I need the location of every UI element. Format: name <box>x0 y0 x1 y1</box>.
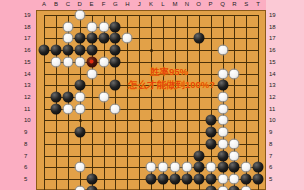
column-label-E: E <box>90 1 94 7</box>
star-point <box>150 119 153 122</box>
stone-white-B15[interactable] <box>50 56 61 67</box>
row-label-right-8: 8 <box>269 141 272 147</box>
row-label-left-17: 17 <box>24 35 31 41</box>
row-label-right-6: 6 <box>269 164 272 170</box>
caption-question: 怎么才能做到100%? <box>128 79 215 90</box>
row-label-left-15: 15 <box>24 59 31 65</box>
row-label-left-11: 11 <box>24 106 30 112</box>
grid-line <box>44 15 45 190</box>
last-move-marker <box>90 60 94 64</box>
stone-white-Q14[interactable] <box>217 68 228 79</box>
row-label-left-10: 10 <box>24 117 31 123</box>
stone-white-Q11[interactable] <box>217 103 228 114</box>
row-label-right-10: 10 <box>269 117 276 123</box>
stone-white-D4[interactable] <box>74 185 85 190</box>
column-label-S: S <box>244 1 248 7</box>
column-label-R: R <box>232 1 236 7</box>
stone-black-G18[interactable] <box>110 21 121 32</box>
row-label-left-9: 9 <box>24 129 27 135</box>
stone-white-C17[interactable] <box>62 33 73 44</box>
stone-black-C12[interactable] <box>62 92 73 103</box>
stone-black-G16[interactable] <box>110 45 121 56</box>
row-label-left-7: 7 <box>24 153 27 159</box>
stone-white-Q10[interactable] <box>217 115 228 126</box>
stone-white-K6[interactable] <box>146 162 157 173</box>
stone-black-D13[interactable] <box>74 80 85 91</box>
stone-black-R4[interactable] <box>229 185 240 190</box>
stone-white-D6[interactable] <box>74 162 85 173</box>
stone-black-M5[interactable] <box>169 174 180 185</box>
row-label-left-6: 6 <box>24 164 27 170</box>
stone-white-F15[interactable] <box>98 56 109 67</box>
stone-white-C18[interactable] <box>62 21 73 32</box>
stone-white-M6[interactable] <box>169 162 180 173</box>
go-app-screen: ABCDEFGHJKLMNOPQRST 19181716151413121110… <box>0 0 304 190</box>
stone-white-R8[interactable] <box>229 138 240 149</box>
column-label-P: P <box>209 1 213 7</box>
stone-black-A16[interactable] <box>39 45 50 56</box>
stone-white-N6[interactable] <box>181 162 192 173</box>
stone-white-D12[interactable] <box>74 92 85 103</box>
stone-black-L5[interactable] <box>158 174 169 185</box>
stone-white-Q12[interactable] <box>217 92 228 103</box>
stone-black-E5[interactable] <box>86 174 97 185</box>
stone-white-Q4[interactable] <box>217 185 228 190</box>
stone-black-O5[interactable] <box>193 174 204 185</box>
stone-black-E17[interactable] <box>86 33 97 44</box>
go-board[interactable] <box>36 10 266 190</box>
column-label-A: A <box>42 1 46 7</box>
stone-black-O6[interactable] <box>193 162 204 173</box>
stone-white-G11[interactable] <box>110 103 121 114</box>
row-label-left-19: 19 <box>24 12 31 18</box>
stone-white-L6[interactable] <box>158 162 169 173</box>
stone-black-E16[interactable] <box>86 45 97 56</box>
stone-white-E14[interactable] <box>86 68 97 79</box>
stone-white-F18[interactable] <box>98 21 109 32</box>
stone-black-B12[interactable] <box>50 92 61 103</box>
row-label-right-13: 13 <box>269 82 276 88</box>
row-label-left-14: 14 <box>24 71 31 77</box>
column-label-L: L <box>161 1 164 7</box>
column-label-N: N <box>185 1 189 7</box>
row-label-right-9: 9 <box>269 129 272 135</box>
stone-black-N5[interactable] <box>181 174 192 185</box>
stone-white-C11[interactable] <box>62 103 73 114</box>
row-label-right-11: 11 <box>269 106 275 112</box>
stone-black-C16[interactable] <box>62 45 73 56</box>
stone-black-Q13[interactable] <box>217 80 228 91</box>
row-label-left-8: 8 <box>24 141 27 147</box>
stone-black-E4[interactable] <box>86 185 97 190</box>
stone-black-P10[interactable] <box>205 115 216 126</box>
stone-black-P4[interactable] <box>205 185 216 190</box>
stone-black-B16[interactable] <box>50 45 61 56</box>
grid-line <box>139 15 140 190</box>
stone-black-D16[interactable] <box>74 45 85 56</box>
stone-black-G17[interactable] <box>110 33 121 44</box>
column-label-K: K <box>149 1 153 7</box>
stone-black-T5[interactable] <box>253 174 264 185</box>
column-label-Q: Q <box>220 1 225 7</box>
row-label-right-5: 5 <box>269 176 272 182</box>
row-label-right-7: 7 <box>269 153 272 159</box>
stone-white-C15[interactable] <box>62 56 73 67</box>
column-label-F: F <box>102 1 106 7</box>
stone-white-R14[interactable] <box>229 68 240 79</box>
row-label-right-19: 19 <box>269 12 276 18</box>
stone-black-F17[interactable] <box>98 33 109 44</box>
row-label-right-12: 12 <box>269 94 276 100</box>
stone-white-P6[interactable] <box>205 162 216 173</box>
stone-black-O7[interactable] <box>193 150 204 161</box>
stone-black-Q7[interactable] <box>217 150 228 161</box>
stone-white-R5[interactable] <box>229 174 240 185</box>
stone-white-D19[interactable] <box>74 10 85 21</box>
stone-black-G13[interactable] <box>110 80 121 91</box>
column-label-G: G <box>113 1 118 7</box>
stone-black-P5[interactable] <box>205 174 216 185</box>
stone-black-T6[interactable] <box>253 162 264 173</box>
row-label-right-17: 17 <box>269 35 276 41</box>
row-label-left-16: 16 <box>24 47 31 53</box>
stone-white-E18[interactable] <box>86 21 97 32</box>
row-label-right-16: 16 <box>269 47 276 53</box>
row-label-left-13: 13 <box>24 82 31 88</box>
stone-black-K5[interactable] <box>146 174 157 185</box>
stone-black-D17[interactable] <box>74 33 85 44</box>
column-label-C: C <box>66 1 70 7</box>
column-label-T: T <box>256 1 260 7</box>
star-point <box>79 119 82 122</box>
stone-black-S5[interactable] <box>241 174 252 185</box>
row-label-right-15: 15 <box>269 59 276 65</box>
stone-black-O17[interactable] <box>193 33 204 44</box>
stone-white-Q5[interactable] <box>217 174 228 185</box>
column-label-J: J <box>138 1 141 7</box>
stone-black-G15[interactable] <box>110 56 121 67</box>
grid-line <box>44 27 259 28</box>
column-label-M: M <box>172 1 177 7</box>
stone-black-R6[interactable] <box>229 162 240 173</box>
stone-white-D15[interactable] <box>74 56 85 67</box>
star-point <box>150 49 153 52</box>
row-label-right-14: 14 <box>269 71 276 77</box>
stone-black-Q6[interactable] <box>217 162 228 173</box>
column-label-D: D <box>78 1 82 7</box>
caption-winrate: 胜率95% <box>150 66 188 77</box>
stone-black-P9[interactable] <box>205 127 216 138</box>
stone-white-Q16[interactable] <box>217 45 228 56</box>
stone-white-S6[interactable] <box>241 162 252 173</box>
column-label-O: O <box>196 1 201 7</box>
stone-white-F12[interactable] <box>98 92 109 103</box>
row-label-left-5: 5 <box>24 176 27 182</box>
stone-white-R7[interactable] <box>229 150 240 161</box>
stone-black-D9[interactable] <box>74 127 85 138</box>
row-label-left-18: 18 <box>24 24 31 30</box>
row-label-right-18: 18 <box>269 24 276 30</box>
stone-black-B11[interactable] <box>50 103 61 114</box>
row-label-left-12: 12 <box>24 94 31 100</box>
stone-white-Q9[interactable] <box>217 127 228 138</box>
stone-white-H17[interactable] <box>122 33 133 44</box>
stone-black-E15[interactable] <box>86 56 97 67</box>
column-label-B: B <box>54 1 58 7</box>
stone-white-D11[interactable] <box>74 103 85 114</box>
stone-black-P8[interactable] <box>205 138 216 149</box>
stone-white-Q8[interactable] <box>217 138 228 149</box>
stone-white-S4[interactable] <box>241 185 252 190</box>
column-label-H: H <box>125 1 129 7</box>
